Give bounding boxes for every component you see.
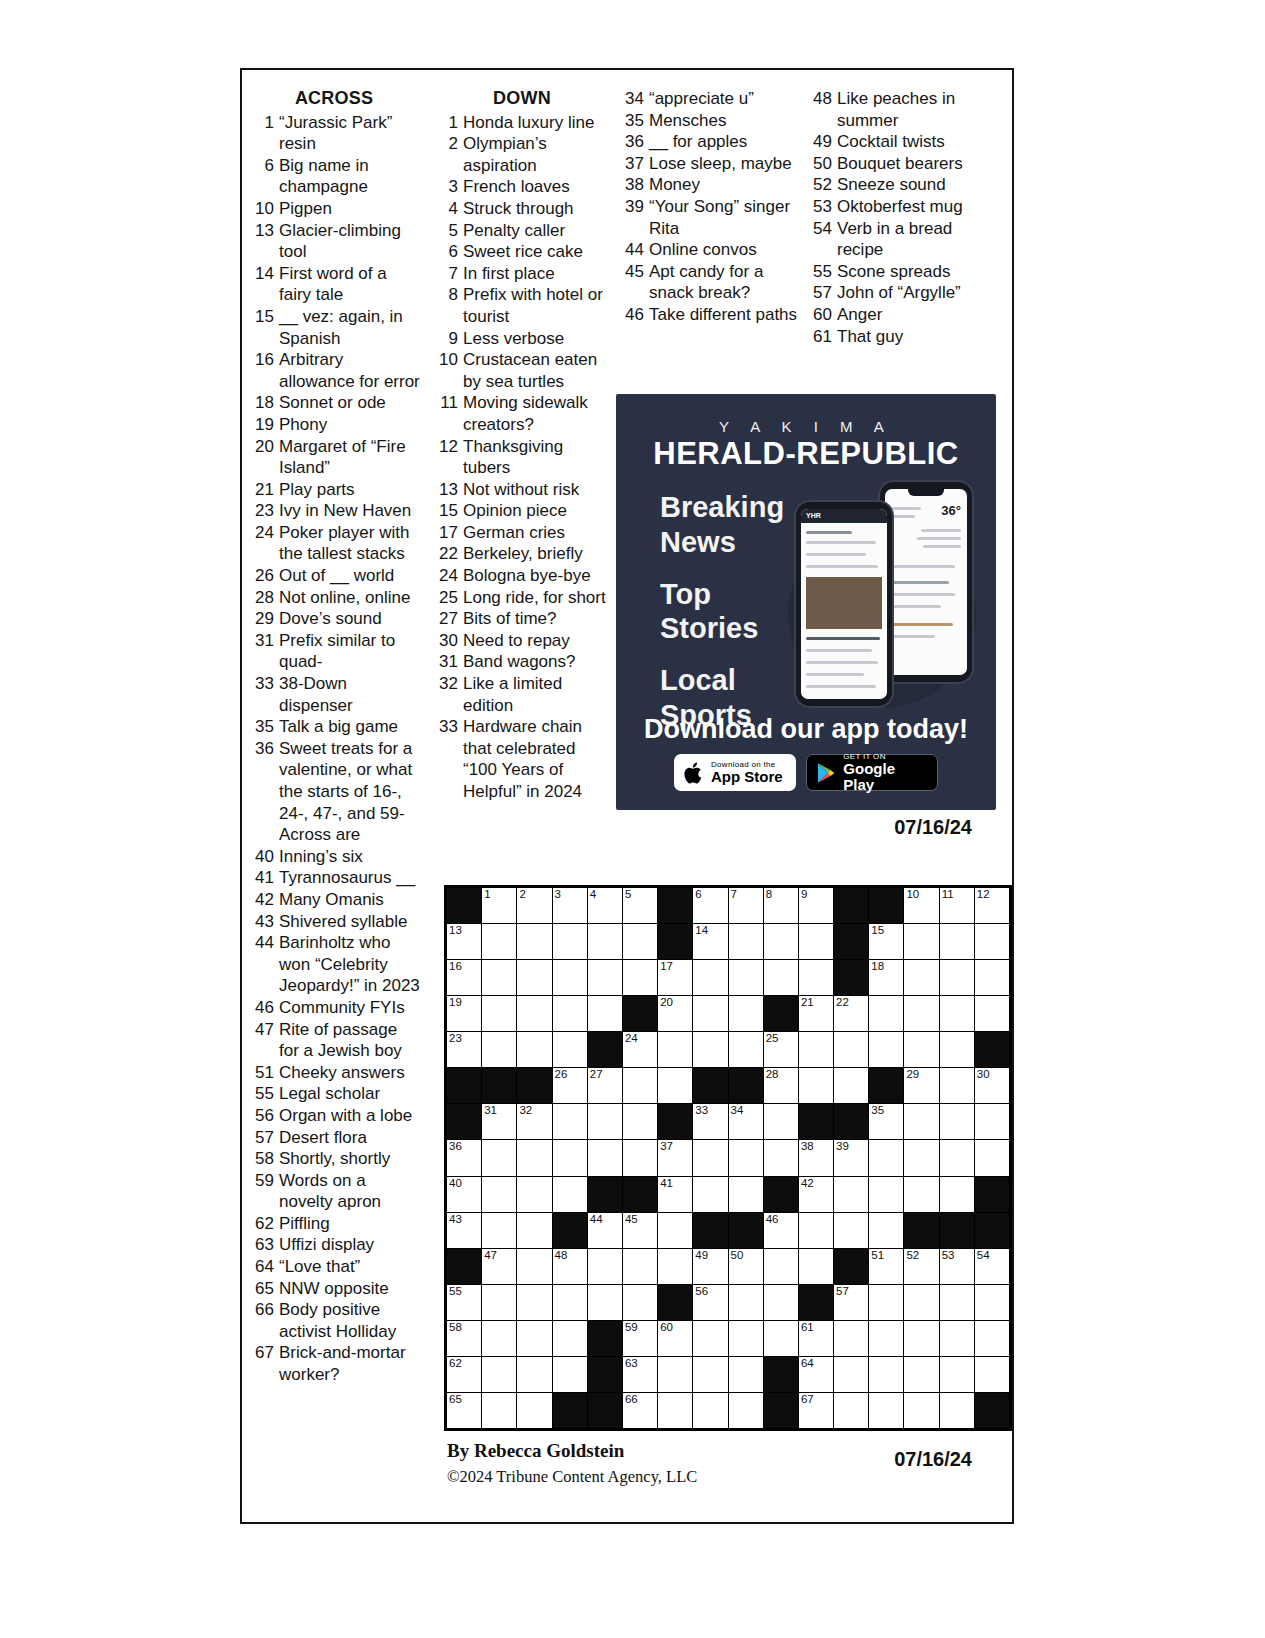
- grid-cell-r8c16[interactable]: [975, 1140, 1009, 1175]
- grid-cell-r15c15[interactable]: [940, 1393, 974, 1428]
- grid-cell-r4c3[interactable]: [517, 996, 551, 1031]
- cell-number-39: 39: [836, 1140, 849, 1153]
- grid-cell-r3c13[interactable]: 18: [869, 960, 903, 995]
- grid-cell-r14c7[interactable]: [658, 1357, 692, 1392]
- grid-cell-r14c3[interactable]: [517, 1357, 551, 1392]
- grid-cell-r5c3[interactable]: [517, 1032, 551, 1067]
- across-clue-47: 47Rite of passage for a Jewish boy: [247, 1019, 421, 1062]
- clue-text: Money: [649, 174, 801, 196]
- clue-text: Out of __ world: [279, 565, 421, 587]
- grid-cell-r10c12[interactable]: [834, 1213, 868, 1248]
- clue-text: Struck through: [463, 198, 613, 220]
- grid-cell-r13c16[interactable]: [975, 1321, 1009, 1356]
- grid-cell-r12c6[interactable]: [623, 1285, 657, 1320]
- grid-cell-r9c11[interactable]: 42: [799, 1177, 833, 1212]
- grid-cell-r14c13[interactable]: [869, 1357, 903, 1392]
- clue-number: 62: [247, 1213, 279, 1235]
- clue-text: Community FYIs: [279, 997, 421, 1019]
- badge-apple-big-text: App Store: [711, 769, 783, 785]
- grid-cell-r8c12[interactable]: 39: [834, 1140, 868, 1175]
- cell-number-63: 63: [625, 1357, 638, 1370]
- grid-cell-r8c6[interactable]: [623, 1140, 657, 1175]
- grid-cell-r1c16[interactable]: 12: [975, 888, 1009, 923]
- clue-number: 52: [805, 174, 837, 196]
- grid-cell-r4c1[interactable]: 19: [447, 996, 481, 1031]
- grid-cell-r8c7[interactable]: 37: [658, 1140, 692, 1175]
- clue-text: Dove’s sound: [279, 608, 421, 630]
- grid-cell-r8c9[interactable]: [729, 1140, 763, 1175]
- grid-cell-r4c2[interactable]: [482, 996, 516, 1031]
- grid-cell-r14c16[interactable]: [975, 1357, 1009, 1392]
- grid-cell-r15c13[interactable]: [869, 1393, 903, 1428]
- grid-cell-r5c13[interactable]: [869, 1032, 903, 1067]
- grid-cell-r14c11[interactable]: 64: [799, 1357, 833, 1392]
- across-clue-56: 56Organ with a lobe: [247, 1105, 421, 1127]
- grid-cell-r5c6[interactable]: 24: [623, 1032, 657, 1067]
- screen-line: [891, 565, 955, 568]
- clue-number: 15: [247, 306, 279, 349]
- grid-cell-r7c5[interactable]: [588, 1104, 622, 1139]
- cell-number-1: 1: [484, 888, 490, 901]
- grid-cell-r3c3[interactable]: [517, 960, 551, 995]
- grid-cell-r12c16[interactable]: [975, 1285, 1009, 1320]
- grid-cell-r1c6[interactable]: 5: [623, 888, 657, 923]
- black-cell-r1c13: [869, 888, 903, 923]
- grid-cell-r15c12[interactable]: [834, 1393, 868, 1428]
- grid-cell-r3c4[interactable]: [553, 960, 587, 995]
- grid-cell-r13c15[interactable]: [940, 1321, 974, 1356]
- black-cell-r5c5: [588, 1032, 622, 1067]
- clue-number: 54: [805, 218, 837, 261]
- across-clue-15: 15__ vez: again, in Spanish: [247, 306, 421, 349]
- grid-cell-r2c6[interactable]: [623, 924, 657, 959]
- grid-cell-r14c9[interactable]: [729, 1357, 763, 1392]
- grid-cell-r9c7[interactable]: 41: [658, 1177, 692, 1212]
- grid-cell-r2c3[interactable]: [517, 924, 551, 959]
- grid-cell-r12c2[interactable]: [482, 1285, 516, 1320]
- down-clue-53: 53Oktoberfest mug: [805, 196, 997, 218]
- grid-cell-r3c6[interactable]: [623, 960, 657, 995]
- grid-cell-r14c12[interactable]: [834, 1357, 868, 1392]
- down-clue-25: 25Long ride, for short: [431, 587, 613, 609]
- clue-text: Verb in a bread recipe: [837, 218, 997, 261]
- clue-text: “Your Song” singer Rita: [649, 196, 801, 239]
- clue-number: 41: [247, 867, 279, 889]
- grid-cell-r8c4[interactable]: [553, 1140, 587, 1175]
- grid-cell-r6c14[interactable]: 29: [904, 1068, 938, 1103]
- cell-number-49: 49: [695, 1249, 708, 1262]
- grid-cell-r15c11[interactable]: 67: [799, 1393, 833, 1428]
- clue-number: 4: [431, 198, 463, 220]
- grid-cell-r9c12[interactable]: [834, 1177, 868, 1212]
- down-clue-60: 60Anger: [805, 304, 997, 326]
- grid-cell-r5c1[interactable]: 23: [447, 1032, 481, 1067]
- grid-cell-r14c1[interactable]: 62: [447, 1357, 481, 1392]
- grid-cell-r7c4[interactable]: [553, 1104, 587, 1139]
- grid-cell-r1c10[interactable]: 8: [764, 888, 798, 923]
- grid-cell-r15c1[interactable]: 65: [447, 1393, 481, 1428]
- down-clue-50: 50Bouquet bearers: [805, 153, 997, 175]
- cell-number-10: 10: [906, 888, 919, 901]
- grid-cell-r4c16[interactable]: [975, 996, 1009, 1031]
- grid-cell-r12c13[interactable]: [869, 1285, 903, 1320]
- grid-cell-r3c7[interactable]: 17: [658, 960, 692, 995]
- grid-cell-r12c14[interactable]: [904, 1285, 938, 1320]
- grid-cell-r1c8[interactable]: 6: [693, 888, 727, 923]
- grid-cell-r2c13[interactable]: 15: [869, 924, 903, 959]
- cell-number-33: 33: [695, 1104, 708, 1117]
- grid-cell-r6c11[interactable]: [799, 1068, 833, 1103]
- grid-cell-r9c13[interactable]: [869, 1177, 903, 1212]
- grid-cell-r8c10[interactable]: [764, 1140, 798, 1175]
- grid-cell-r13c2[interactable]: [482, 1321, 516, 1356]
- grid-cell-r11c11[interactable]: [799, 1249, 833, 1284]
- grid-cell-r10c7[interactable]: [658, 1213, 692, 1248]
- grid-cell-r4c9[interactable]: [729, 996, 763, 1031]
- cell-number-8: 8: [766, 888, 772, 901]
- screen-line: [806, 531, 852, 534]
- grid-cell-r7c9[interactable]: 34: [729, 1104, 763, 1139]
- grid-cell-r11c3[interactable]: [517, 1249, 551, 1284]
- grid-cell-r8c8[interactable]: [693, 1140, 727, 1175]
- grid-cell-r12c3[interactable]: [517, 1285, 551, 1320]
- grid-cell-r15c14[interactable]: [904, 1393, 938, 1428]
- grid-cell-r13c1[interactable]: 58: [447, 1321, 481, 1356]
- cell-number-43: 43: [449, 1213, 462, 1226]
- across-clue-column: ACROSS 1“Jurassic Park” resin6Big name i…: [247, 88, 421, 1386]
- grid-cell-r1c4[interactable]: 3: [553, 888, 587, 923]
- screen-line: [806, 565, 878, 568]
- grid-cell-r10c6[interactable]: 45: [623, 1213, 657, 1248]
- grid-cell-r6c10[interactable]: 28: [764, 1068, 798, 1103]
- grid-cell-r5c8[interactable]: [693, 1032, 727, 1067]
- grid-cell-r11c8[interactable]: 49: [693, 1249, 727, 1284]
- across-clue-67: 67Brick-and-mortar worker?: [247, 1342, 421, 1385]
- clue-text: Like peaches in summer: [837, 88, 997, 131]
- clue-number: 13: [431, 479, 463, 501]
- grid-cell-r5c10[interactable]: 25: [764, 1032, 798, 1067]
- screen-line: [806, 541, 876, 544]
- grid-cell-r12c1[interactable]: 55: [447, 1285, 481, 1320]
- grid-cell-r13c9[interactable]: [729, 1321, 763, 1356]
- clue-text: Poker player with the tallest stacks: [279, 522, 421, 565]
- grid-cell-r2c4[interactable]: [553, 924, 587, 959]
- down-clue-7: 7In first place: [431, 263, 613, 285]
- grid-cell-r11c13[interactable]: 51: [869, 1249, 903, 1284]
- cell-number-66: 66: [625, 1393, 638, 1406]
- grid-cell-r11c6[interactable]: [623, 1249, 657, 1284]
- grid-cell-r6c16[interactable]: 30: [975, 1068, 1009, 1103]
- down-clue-15: 15Opinion piece: [431, 500, 613, 522]
- grid-cell-r1c2[interactable]: 1: [482, 888, 516, 923]
- down-clue-30: 30Need to repay: [431, 630, 613, 652]
- down-clue-3: 3French loaves: [431, 176, 613, 198]
- article-photo: [806, 577, 882, 629]
- across-clue-6: 6Big name in champagne: [247, 155, 421, 198]
- grid-cell-r3c11[interactable]: [799, 960, 833, 995]
- grid-cell-r3c15[interactable]: [940, 960, 974, 995]
- clue-number: 33: [247, 673, 279, 716]
- cell-number-6: 6: [695, 888, 701, 901]
- down-clue-column-1: DOWN 1Honda luxury line2Olympian’s aspir…: [431, 88, 613, 803]
- grid-cell-r13c14[interactable]: [904, 1321, 938, 1356]
- clue-number: 7: [431, 263, 463, 285]
- grid-cell-r5c2[interactable]: [482, 1032, 516, 1067]
- cell-number-52: 52: [906, 1249, 919, 1262]
- down-clue-36: 36__ for apples: [617, 131, 801, 153]
- black-cell-r10c8: [693, 1213, 727, 1248]
- grid-cell-r13c11[interactable]: 61: [799, 1321, 833, 1356]
- grid-cell-r8c5[interactable]: [588, 1140, 622, 1175]
- grid-cell-r2c11[interactable]: [799, 924, 833, 959]
- grid-cell-r11c2[interactable]: 47: [482, 1249, 516, 1284]
- grid-cell-r5c11[interactable]: [799, 1032, 833, 1067]
- grid-cell-r4c8[interactable]: [693, 996, 727, 1031]
- grid-cell-r3c10[interactable]: [764, 960, 798, 995]
- grid-cell-r12c5[interactable]: [588, 1285, 622, 1320]
- grid-cell-r5c15[interactable]: [940, 1032, 974, 1067]
- grid-cell-r9c15[interactable]: [940, 1177, 974, 1212]
- grid-cell-r6c6[interactable]: [623, 1068, 657, 1103]
- grid-cell-r3c2[interactable]: [482, 960, 516, 995]
- phone-mockup-weather: 36°: [880, 482, 972, 682]
- down-clue-list-1: 1Honda luxury line2Olympian’s aspiration…: [431, 112, 613, 803]
- grid-cell-r2c15[interactable]: [940, 924, 974, 959]
- grid-cell-r1c5[interactable]: 4: [588, 888, 622, 923]
- grid-cell-r12c9[interactable]: [729, 1285, 763, 1320]
- black-cell-r6c13: [869, 1068, 903, 1103]
- grid-cell-r12c8[interactable]: 56: [693, 1285, 727, 1320]
- grid-cell-r4c5[interactable]: [588, 996, 622, 1031]
- grid-cell-r14c2[interactable]: [482, 1357, 516, 1392]
- grid-cell-r2c8[interactable]: 14: [693, 924, 727, 959]
- cell-number-51: 51: [871, 1249, 884, 1262]
- grid-cell-r3c8[interactable]: [693, 960, 727, 995]
- grid-cell-r2c2[interactable]: [482, 924, 516, 959]
- clue-text: Not without risk: [463, 479, 613, 501]
- clue-text: Phony: [279, 414, 421, 436]
- grid-cell-r9c14[interactable]: [904, 1177, 938, 1212]
- clue-number: 17: [431, 522, 463, 544]
- grid-cell-r8c11[interactable]: 38: [799, 1140, 833, 1175]
- grid-cell-r8c3[interactable]: [517, 1140, 551, 1175]
- grid-cell-r11c14[interactable]: 52: [904, 1249, 938, 1284]
- grid-cell-r4c14[interactable]: [904, 996, 938, 1031]
- grid-cell-r12c15[interactable]: [940, 1285, 974, 1320]
- grid-cell-r13c8[interactable]: [693, 1321, 727, 1356]
- down-clue-8: 8Prefix with hotel or tourist: [431, 284, 613, 327]
- grid-cell-r4c7[interactable]: 20: [658, 996, 692, 1031]
- grid-cell-r9c1[interactable]: 40: [447, 1177, 481, 1212]
- grid-cell-r6c7[interactable]: [658, 1068, 692, 1103]
- cell-number-47: 47: [484, 1249, 497, 1262]
- grid-cell-r11c7[interactable]: [658, 1249, 692, 1284]
- grid-cell-r9c2[interactable]: [482, 1177, 516, 1212]
- grid-cell-r13c3[interactable]: [517, 1321, 551, 1356]
- clue-number: 38: [617, 174, 649, 196]
- clue-text: Oktoberfest mug: [837, 196, 997, 218]
- grid-cell-r11c16[interactable]: 54: [975, 1249, 1009, 1284]
- grid-cell-r3c9[interactable]: [729, 960, 763, 995]
- clue-text: Prefix with hotel or tourist: [463, 284, 613, 327]
- clue-number: 64: [247, 1256, 279, 1278]
- clue-text: Moving sidewalk creators?: [463, 392, 613, 435]
- clue-text: “Love that”: [279, 1256, 421, 1278]
- grid-cell-r6c4[interactable]: 26: [553, 1068, 587, 1103]
- black-cell-r15c4: [553, 1393, 587, 1428]
- grid-cell-r15c2[interactable]: [482, 1393, 516, 1428]
- clue-text: Organ with a lobe: [279, 1105, 421, 1127]
- grid-cell-r3c16[interactable]: [975, 960, 1009, 995]
- grid-cell-r2c1[interactable]: 13: [447, 924, 481, 959]
- clue-text: That guy: [837, 326, 997, 348]
- grid-cell-r14c4[interactable]: [553, 1357, 587, 1392]
- down-clue-17: 17German cries: [431, 522, 613, 544]
- black-cell-r6c1: [447, 1068, 481, 1103]
- down-clue-11: 11Moving sidewalk creators?: [431, 392, 613, 435]
- black-cell-r10c14: [904, 1213, 938, 1248]
- grid-cell-r2c16[interactable]: [975, 924, 1009, 959]
- grid-cell-r13c6[interactable]: 59: [623, 1321, 657, 1356]
- grid-cell-r1c11[interactable]: 9: [799, 888, 833, 923]
- clue-number: 57: [805, 282, 837, 304]
- grid-cell-r9c4[interactable]: [553, 1177, 587, 1212]
- clue-number: 50: [805, 153, 837, 175]
- grid-cell-r14c8[interactable]: [693, 1357, 727, 1392]
- grid-cell-r2c10[interactable]: [764, 924, 798, 959]
- grid-cell-r9c3[interactable]: [517, 1177, 551, 1212]
- grid-cell-r2c5[interactable]: [588, 924, 622, 959]
- down-clue-48: 48Like peaches in summer: [805, 88, 997, 131]
- clue-text: Glacier-climbing tool: [279, 220, 421, 263]
- grid-cell-r5c9[interactable]: [729, 1032, 763, 1067]
- down-clue-6: 6Sweet rice cake: [431, 241, 613, 263]
- grid-cell-r15c8[interactable]: [693, 1393, 727, 1428]
- grid-cell-r11c5[interactable]: [588, 1249, 622, 1284]
- grid-cell-r10c2[interactable]: [482, 1213, 516, 1248]
- grid-cell-r3c1[interactable]: 16: [447, 960, 481, 995]
- grid-cell-r13c7[interactable]: 60: [658, 1321, 692, 1356]
- grid-cell-r5c7[interactable]: [658, 1032, 692, 1067]
- clue-text: Band wagons?: [463, 651, 613, 673]
- grid-cell-r13c10[interactable]: [764, 1321, 798, 1356]
- black-cell-r7c1: [447, 1104, 481, 1139]
- grid-cell-r5c14[interactable]: [904, 1032, 938, 1067]
- grid-cell-r5c12[interactable]: [834, 1032, 868, 1067]
- grid-cell-r11c15[interactable]: 53: [940, 1249, 974, 1284]
- clue-text: Crustacean eaten by sea turtles: [463, 349, 613, 392]
- grid-cell-r1c3[interactable]: 2: [517, 888, 551, 923]
- clue-text: Shortly, shortly: [279, 1148, 421, 1170]
- grid-cell-r2c14[interactable]: [904, 924, 938, 959]
- grid-cell-r8c1[interactable]: 36: [447, 1140, 481, 1175]
- newspaper-crossword-page: ACROSS 1“Jurassic Park” resin6Big name i…: [0, 0, 1265, 1638]
- grid-cell-r10c10[interactable]: 46: [764, 1213, 798, 1248]
- grid-cell-r8c15[interactable]: [940, 1140, 974, 1175]
- grid-cell-r10c11[interactable]: [799, 1213, 833, 1248]
- grid-cell-r12c10[interactable]: [764, 1285, 798, 1320]
- grid-cell-r5c4[interactable]: [553, 1032, 587, 1067]
- clue-text: Desert flora: [279, 1127, 421, 1149]
- grid-cell-r11c4[interactable]: 48: [553, 1249, 587, 1284]
- grid-cell-r3c14[interactable]: [904, 960, 938, 995]
- cell-number-24: 24: [625, 1032, 638, 1045]
- clue-number: 60: [805, 304, 837, 326]
- grid-cell-r10c13[interactable]: [869, 1213, 903, 1248]
- grid-cell-r4c11[interactable]: 21: [799, 996, 833, 1031]
- grid-cell-r11c10[interactable]: [764, 1249, 798, 1284]
- apple-logo-icon: [684, 761, 704, 785]
- grid-cell-r7c13[interactable]: 35: [869, 1104, 903, 1139]
- grid-cell-r1c9[interactable]: 7: [729, 888, 763, 923]
- grid-cell-r11c9[interactable]: 50: [729, 1249, 763, 1284]
- grid-cell-r4c13[interactable]: [869, 996, 903, 1031]
- grid-cell-r10c5[interactable]: 44: [588, 1213, 622, 1248]
- grid-cell-r4c12[interactable]: 22: [834, 996, 868, 1031]
- grid-cell-r13c12[interactable]: [834, 1321, 868, 1356]
- grid-cell-r7c14[interactable]: [904, 1104, 938, 1139]
- grid-cell-r7c3[interactable]: 32: [517, 1104, 551, 1139]
- grid-cell-r8c14[interactable]: [904, 1140, 938, 1175]
- grid-cell-r1c14[interactable]: 10: [904, 888, 938, 923]
- clue-number: 53: [805, 196, 837, 218]
- grid-cell-r7c16[interactable]: [975, 1104, 1009, 1139]
- grid-cell-r4c4[interactable]: [553, 996, 587, 1031]
- grid-cell-r14c15[interactable]: [940, 1357, 974, 1392]
- grid-cell-r13c4[interactable]: [553, 1321, 587, 1356]
- grid-cell-r7c15[interactable]: [940, 1104, 974, 1139]
- grid-cell-r12c12[interactable]: 57: [834, 1285, 868, 1320]
- clue-text: German cries: [463, 522, 613, 544]
- grid-cell-r15c9[interactable]: [729, 1393, 763, 1428]
- grid-cell-r9c9[interactable]: [729, 1177, 763, 1212]
- google-play-icon: [817, 762, 836, 784]
- cell-number-15: 15: [871, 924, 884, 937]
- grid-cell-r15c6[interactable]: 66: [623, 1393, 657, 1428]
- grid-cell-r2c9[interactable]: [729, 924, 763, 959]
- grid-cell-r1c15[interactable]: 11: [940, 888, 974, 923]
- grid-cell-r7c10[interactable]: [764, 1104, 798, 1139]
- google-play-badge[interactable]: GET IT ON Google Play: [806, 754, 938, 791]
- app-store-badge[interactable]: Download on the App Store: [674, 754, 796, 791]
- clue-text: Long ride, for short: [463, 587, 613, 609]
- grid-cell-r15c3[interactable]: [517, 1393, 551, 1428]
- grid-cell-r8c2[interactable]: [482, 1140, 516, 1175]
- grid-cell-r12c4[interactable]: [553, 1285, 587, 1320]
- grid-cell-r4c15[interactable]: [940, 996, 974, 1031]
- grid-cell-r10c3[interactable]: [517, 1213, 551, 1248]
- grid-cell-r13c13[interactable]: [869, 1321, 903, 1356]
- black-cell-r6c3: [517, 1068, 551, 1103]
- grid-cell-r7c8[interactable]: 33: [693, 1104, 727, 1139]
- grid-cell-r6c12[interactable]: [834, 1068, 868, 1103]
- grid-cell-r15c7[interactable]: [658, 1393, 692, 1428]
- grid-cell-r10c1[interactable]: 43: [447, 1213, 481, 1248]
- grid-cell-r9c8[interactable]: [693, 1177, 727, 1212]
- grid-cell-r7c6[interactable]: [623, 1104, 657, 1139]
- cell-number-61: 61: [801, 1321, 814, 1334]
- cell-number-29: 29: [906, 1068, 919, 1081]
- grid-cell-r14c6[interactable]: 63: [623, 1357, 657, 1392]
- clue-number: 18: [247, 392, 279, 414]
- cell-number-25: 25: [766, 1032, 779, 1045]
- grid-cell-r6c5[interactable]: 27: [588, 1068, 622, 1103]
- grid-cell-r3c5[interactable]: [588, 960, 622, 995]
- grid-cell-r7c2[interactable]: 31: [482, 1104, 516, 1139]
- grid-cell-r14c14[interactable]: [904, 1357, 938, 1392]
- grid-cell-r8c13[interactable]: [869, 1140, 903, 1175]
- grid-cell-r6c15[interactable]: [940, 1068, 974, 1103]
